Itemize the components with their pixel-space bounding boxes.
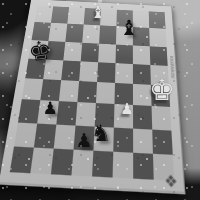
square: [63, 41, 82, 61]
square: [51, 148, 74, 175]
square: [152, 106, 172, 130]
square: [34, 123, 56, 148]
square: [92, 150, 113, 177]
square: [152, 129, 173, 154]
square: [59, 80, 79, 102]
square: [113, 127, 133, 152]
square: [54, 124, 76, 149]
compass-emblem-icon: ❖: [164, 173, 178, 190]
square: [115, 63, 133, 84]
square: [149, 28, 166, 47]
piece-black-bishop-f8[interactable]: ♝: [120, 18, 139, 39]
chess-photo: KASPAROV ❖ ♝ ♝ ♚ ♚ ♟ ♟ ♟ ♞: [0, 0, 200, 200]
square: [133, 128, 153, 153]
square: [113, 151, 134, 178]
square: [61, 60, 81, 81]
piece-black-knight-e2[interactable]: ♞: [91, 122, 112, 145]
square: [96, 82, 115, 104]
square: [116, 44, 133, 64]
square: [30, 147, 53, 174]
square: [133, 152, 154, 179]
square: [133, 105, 152, 129]
piece-black-pawn-b3[interactable]: ♟: [42, 100, 57, 117]
square: [65, 24, 83, 43]
square: [149, 11, 166, 29]
square: [71, 149, 93, 176]
square: [99, 26, 116, 45]
piece-black-king-a6[interactable]: ♚: [26, 36, 53, 65]
piece-white-king-h4[interactable]: ♚: [149, 76, 175, 105]
square: [77, 81, 97, 103]
square: [67, 7, 85, 25]
square: [98, 43, 116, 63]
square: [82, 25, 100, 44]
square: [150, 46, 168, 66]
square: [97, 62, 115, 83]
square: [79, 61, 98, 82]
square: [56, 101, 77, 125]
piece-white-pawn-f3[interactable]: ♟: [120, 102, 133, 117]
square: [133, 45, 150, 65]
square: [51, 6, 69, 23]
square: [81, 42, 99, 62]
piece-white-bishop-d8[interactable]: ♝: [90, 4, 105, 21]
square: [48, 23, 67, 41]
